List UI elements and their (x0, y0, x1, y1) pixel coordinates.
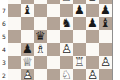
white-queen-icon: ♕ (21, 56, 34, 69)
black-bishop-icon: ♝ (21, 4, 34, 17)
square-c4[interactable]: ♝♗ (34, 43, 47, 56)
chess-diagram: 765432 ♜♚♝♟♟♞♟♝♛♟♝♗♟♙♛♕♜♖♟♙♟♙♞♘♟♙ (0, 0, 120, 80)
black-knight-icon: ♞ (60, 17, 73, 30)
square-h7[interactable]: ♟ (99, 4, 112, 17)
square-c7[interactable] (34, 4, 47, 17)
square-f3[interactable]: ♜♖ (73, 56, 86, 69)
square-a6[interactable] (8, 17, 21, 30)
black-queen-icon: ♛ (34, 30, 47, 43)
square-e4[interactable]: ♟♙ (60, 43, 73, 56)
square-g3[interactable] (86, 56, 99, 69)
square-d2[interactable] (47, 69, 60, 80)
rank-label-2: 2 (0, 72, 8, 79)
rank-label-4: 4 (0, 46, 8, 53)
square-b7[interactable]: ♝ (21, 4, 34, 17)
square-a4[interactable] (8, 43, 21, 56)
white-knight-icon: ♘ (60, 69, 73, 80)
square-c5[interactable]: ♛ (34, 30, 47, 43)
square-d4[interactable] (47, 43, 60, 56)
black-pawn-icon: ♟ (21, 43, 34, 56)
rank-label-7: 7 (0, 7, 8, 14)
white-pawn-fill: ♟ (60, 43, 73, 56)
rank-label-3: 3 (0, 59, 8, 66)
square-g5[interactable] (86, 30, 99, 43)
square-g6[interactable]: ♟ (86, 17, 99, 30)
white-pawn-fill: ♟ (21, 69, 34, 80)
white-pawn-icon: ♙ (21, 69, 34, 80)
chess-board: ♜♚♝♟♟♞♟♝♛♟♝♗♟♙♛♕♜♖♟♙♟♙♞♘♟♙ (8, 0, 113, 80)
white-pawn-fill: ♟ (86, 69, 99, 80)
white-pawn-icon: ♙ (60, 43, 73, 56)
rank-label-6: 6 (0, 20, 8, 27)
square-c6[interactable] (34, 17, 47, 30)
square-g7[interactable] (86, 4, 99, 17)
black-pawn-icon: ♟ (86, 17, 99, 30)
rank-label-5: 5 (0, 33, 8, 40)
square-b3[interactable]: ♛♕ (21, 56, 34, 69)
white-queen-fill: ♛ (21, 56, 34, 69)
square-f2[interactable] (73, 69, 86, 80)
square-f7[interactable]: ♟ (73, 4, 86, 17)
square-c2[interactable] (34, 69, 47, 80)
square-a3[interactable] (8, 56, 21, 69)
square-b6[interactable] (21, 17, 34, 30)
square-b4[interactable]: ♟ (21, 43, 34, 56)
square-e3[interactable] (60, 56, 73, 69)
black-pawn-icon: ♟ (99, 4, 112, 17)
square-b5[interactable] (21, 30, 34, 43)
white-pawn-fill: ♟ (99, 56, 112, 69)
square-a5[interactable] (8, 30, 21, 43)
square-e2[interactable]: ♞♘ (60, 69, 73, 80)
white-knight-fill: ♞ (60, 69, 73, 80)
white-rook-icon: ♖ (73, 56, 86, 69)
square-a2[interactable] (8, 69, 21, 80)
square-d7[interactable] (47, 4, 60, 17)
square-a7[interactable] (8, 4, 21, 17)
square-g2[interactable]: ♟♙ (86, 69, 99, 80)
square-f5[interactable] (73, 30, 86, 43)
square-h6[interactable]: ♝ (99, 17, 112, 30)
square-h2[interactable] (99, 69, 112, 80)
square-b2[interactable]: ♟♙ (21, 69, 34, 80)
square-h3[interactable]: ♟♙ (99, 56, 112, 69)
square-c3[interactable] (34, 56, 47, 69)
square-f6[interactable] (73, 17, 86, 30)
white-rook-fill: ♜ (73, 56, 86, 69)
square-e5[interactable] (60, 30, 73, 43)
square-f4[interactable] (73, 43, 86, 56)
square-h5[interactable] (99, 30, 112, 43)
black-pawn-icon: ♟ (73, 4, 86, 17)
white-bishop-fill: ♝ (34, 43, 47, 56)
white-pawn-icon: ♙ (99, 56, 112, 69)
square-e6[interactable]: ♞ (60, 17, 73, 30)
white-pawn-icon: ♙ (86, 69, 99, 80)
black-bishop-icon: ♝ (99, 17, 112, 30)
square-d5[interactable] (47, 30, 60, 43)
square-h4[interactable] (99, 43, 112, 56)
square-d3[interactable] (47, 56, 60, 69)
square-g4[interactable] (86, 43, 99, 56)
square-e7[interactable] (60, 4, 73, 17)
square-d6[interactable] (47, 17, 60, 30)
white-bishop-icon: ♗ (34, 43, 47, 56)
